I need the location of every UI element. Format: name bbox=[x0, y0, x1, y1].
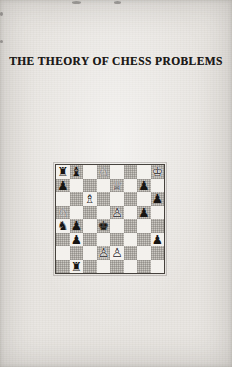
square-d4[interactable]: ♚ bbox=[97, 219, 111, 233]
square-b7[interactable] bbox=[70, 179, 84, 193]
square-c8[interactable] bbox=[83, 165, 97, 179]
square-g1[interactable] bbox=[137, 260, 151, 274]
square-a8[interactable]: ♜ bbox=[56, 165, 70, 179]
square-g4[interactable] bbox=[137, 219, 151, 233]
square-b2[interactable] bbox=[70, 246, 84, 260]
scan-artifact bbox=[0, 12, 3, 16]
square-f8[interactable] bbox=[124, 165, 138, 179]
square-f4[interactable] bbox=[124, 219, 138, 233]
square-c2[interactable] bbox=[83, 246, 97, 260]
square-c7[interactable] bbox=[83, 179, 97, 193]
square-c4[interactable] bbox=[83, 219, 97, 233]
square-h5[interactable] bbox=[151, 206, 165, 220]
square-f3[interactable] bbox=[124, 233, 138, 247]
square-a6[interactable] bbox=[56, 192, 70, 206]
square-g7[interactable]: ♟ bbox=[137, 179, 151, 193]
square-f1[interactable] bbox=[124, 260, 138, 274]
square-e3[interactable] bbox=[110, 233, 124, 247]
square-g2[interactable] bbox=[137, 246, 151, 260]
square-g5[interactable]: ♟ bbox=[137, 206, 151, 220]
piece-white-knight: ♘ bbox=[57, 206, 68, 220]
square-a1[interactable] bbox=[56, 260, 70, 274]
square-e7[interactable]: ♕ bbox=[110, 179, 124, 193]
square-g6[interactable] bbox=[137, 192, 151, 206]
square-b5[interactable] bbox=[70, 206, 84, 220]
piece-black-bishop: ♝ bbox=[71, 165, 82, 179]
square-h3[interactable]: ♟ bbox=[151, 233, 165, 247]
square-b6[interactable] bbox=[70, 192, 84, 206]
square-h6[interactable]: ♟ bbox=[151, 192, 165, 206]
square-a3[interactable] bbox=[56, 233, 70, 247]
square-e2[interactable]: ♙ bbox=[110, 246, 124, 260]
square-c3[interactable] bbox=[83, 233, 97, 247]
square-f7[interactable] bbox=[124, 179, 138, 193]
square-c5[interactable] bbox=[83, 206, 97, 220]
piece-white-pawn: ♙ bbox=[111, 206, 122, 220]
square-d7[interactable] bbox=[97, 179, 111, 193]
square-d3[interactable] bbox=[97, 233, 111, 247]
square-g8[interactable] bbox=[137, 165, 151, 179]
square-f6[interactable] bbox=[124, 192, 138, 206]
square-e4[interactable] bbox=[110, 219, 124, 233]
square-h4[interactable] bbox=[151, 219, 165, 233]
square-a4[interactable]: ♞ bbox=[56, 219, 70, 233]
piece-white-queen: ♕ bbox=[111, 179, 122, 193]
piece-black-pawn: ♟ bbox=[152, 192, 163, 206]
square-d1[interactable] bbox=[97, 260, 111, 274]
square-e8[interactable] bbox=[110, 165, 124, 179]
piece-black-king: ♚ bbox=[98, 219, 109, 233]
square-a5[interactable]: ♘ bbox=[56, 206, 70, 220]
piece-black-pawn: ♟ bbox=[152, 233, 163, 247]
square-b3[interactable]: ♟ bbox=[70, 233, 84, 247]
square-c1[interactable] bbox=[83, 260, 97, 274]
piece-black-pawn: ♟ bbox=[57, 179, 68, 193]
scan-artifact bbox=[72, 1, 81, 4]
square-a7[interactable]: ♟ bbox=[56, 179, 70, 193]
square-e6[interactable] bbox=[110, 192, 124, 206]
square-d8[interactable]: ♘ bbox=[97, 165, 111, 179]
piece-black-pawn: ♟ bbox=[71, 219, 82, 233]
square-a2[interactable] bbox=[56, 246, 70, 260]
piece-black-knight: ♞ bbox=[57, 219, 68, 233]
square-d6[interactable] bbox=[97, 192, 111, 206]
piece-white-king: ♔ bbox=[152, 165, 163, 179]
square-e1[interactable] bbox=[110, 260, 124, 274]
square-e5[interactable]: ♙ bbox=[110, 206, 124, 220]
scan-artifact bbox=[0, 40, 3, 43]
piece-white-bishop: ♗ bbox=[84, 192, 95, 206]
piece-black-pawn: ♟ bbox=[138, 206, 149, 220]
square-b8[interactable]: ♝ bbox=[70, 165, 84, 179]
square-f2[interactable] bbox=[124, 246, 138, 260]
piece-black-pawn: ♟ bbox=[71, 233, 82, 247]
piece-white-pawn: ♙ bbox=[98, 246, 109, 260]
piece-black-rook: ♜ bbox=[57, 165, 68, 179]
square-c6[interactable]: ♗ bbox=[83, 192, 97, 206]
piece-black-pawn: ♟ bbox=[138, 179, 149, 193]
chess-board: ♜♝♘♔♟♕♟♗♟♘♙♟♞♟♚♟♟♙♙♜ bbox=[55, 164, 165, 274]
square-b1[interactable]: ♜ bbox=[70, 260, 84, 274]
square-b4[interactable]: ♟ bbox=[70, 219, 84, 233]
scan-artifact bbox=[114, 1, 121, 4]
square-h8[interactable]: ♔ bbox=[151, 165, 165, 179]
page-title: THE THEORY OF CHESS PROBLEMS bbox=[0, 55, 232, 67]
piece-black-rook: ♜ bbox=[71, 260, 82, 274]
book-page: THE THEORY OF CHESS PROBLEMS ♜♝♘♔♟♕♟♗♟♘♙… bbox=[0, 0, 232, 367]
square-g3[interactable] bbox=[137, 233, 151, 247]
square-h7[interactable] bbox=[151, 179, 165, 193]
square-h1[interactable] bbox=[151, 260, 165, 274]
square-d2[interactable]: ♙ bbox=[97, 246, 111, 260]
piece-white-pawn: ♙ bbox=[111, 246, 122, 260]
square-h2[interactable] bbox=[151, 246, 165, 260]
square-d5[interactable] bbox=[97, 206, 111, 220]
piece-white-knight: ♘ bbox=[98, 165, 109, 179]
square-f5[interactable] bbox=[124, 206, 138, 220]
